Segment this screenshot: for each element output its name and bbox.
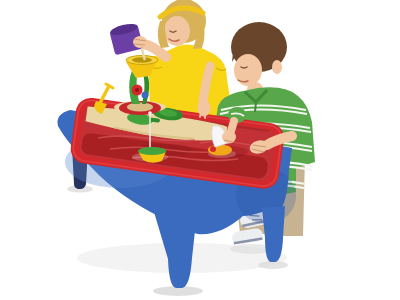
front-right-leg-shadow <box>258 261 288 269</box>
sand-wheel-hub <box>135 88 139 92</box>
photo-stage <box>0 0 400 300</box>
placket <box>255 102 256 112</box>
boat-deck <box>138 147 166 155</box>
mast-tip <box>148 111 152 115</box>
girl-hand-on-cup <box>133 36 147 48</box>
girl-right-hand <box>133 36 147 48</box>
boy-left-forearm <box>231 121 234 131</box>
scene-illustration <box>0 0 400 300</box>
girl-left-hand <box>198 100 211 117</box>
funnel-opening <box>132 57 152 63</box>
tower-blue-knob <box>142 92 149 99</box>
boy-ear <box>272 60 282 74</box>
tower-base-center <box>127 103 153 112</box>
